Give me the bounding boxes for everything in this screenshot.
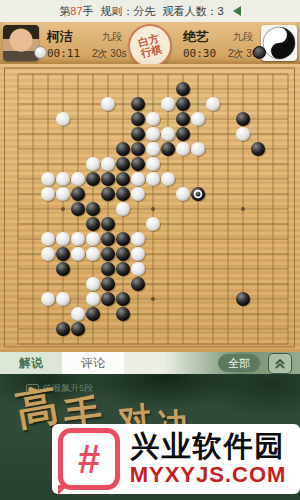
white-stone xyxy=(176,187,190,201)
white-stone xyxy=(131,172,145,186)
black-stone xyxy=(131,157,145,171)
black-stone xyxy=(101,247,115,261)
promo-banner[interactable]: 传服飙升5段 高 手 对 决 # 兴业软件园 MYXYJS.COM xyxy=(0,374,300,500)
white-stone xyxy=(71,307,85,321)
black-stone xyxy=(86,307,100,321)
black-stone xyxy=(101,187,115,201)
black-stone xyxy=(116,307,130,321)
white-stone xyxy=(41,247,55,261)
black-stone xyxy=(116,247,130,261)
black-stone xyxy=(116,157,130,171)
white-stone-badge xyxy=(34,46,47,59)
black-stone xyxy=(116,187,130,201)
black-stone xyxy=(101,232,115,246)
white-stone xyxy=(56,172,70,186)
site-watermark: # 兴业软件园 MYXYJS.COM xyxy=(52,424,300,494)
white-stone xyxy=(146,217,160,231)
go-board[interactable] xyxy=(0,64,300,352)
white-stone xyxy=(161,127,175,141)
player-bar: 柯洁 九段 00:11 2次 30s 白方 行棋 绝艺 九段 00:30 2次 … xyxy=(0,22,300,64)
white-player-rank: 九段 xyxy=(233,30,253,44)
black-stone xyxy=(131,142,145,156)
black-stone xyxy=(116,292,130,306)
white-stone xyxy=(161,172,175,186)
white-stone xyxy=(86,277,100,291)
chevron-up-icon[interactable] xyxy=(268,353,292,374)
black-stone xyxy=(236,292,250,306)
white-stone xyxy=(131,262,145,276)
black-stone xyxy=(131,112,145,126)
black-stone xyxy=(131,127,145,141)
white-stone xyxy=(146,157,160,171)
black-player-byoyomi: 2次 30s xyxy=(92,47,126,61)
black-stone xyxy=(86,202,100,216)
viewers-label: 观看人数：3 xyxy=(163,4,224,19)
white-player-avatar[interactable] xyxy=(261,25,297,61)
white-stone xyxy=(71,172,85,186)
white-stone xyxy=(131,247,145,261)
hash-icon: # xyxy=(58,428,120,490)
black-stone xyxy=(56,322,70,336)
white-stone xyxy=(56,292,70,306)
white-stone xyxy=(86,232,100,246)
white-stone xyxy=(206,97,220,111)
watermark-site-url: MYXYJS.COM xyxy=(130,464,287,486)
black-stone xyxy=(176,97,190,111)
white-stone xyxy=(131,232,145,246)
white-stone xyxy=(41,232,55,246)
black-player-clock: 00:11 xyxy=(47,47,80,60)
black-stone xyxy=(71,202,85,216)
white-stone xyxy=(176,142,190,156)
black-stone xyxy=(116,262,130,276)
white-stone xyxy=(146,127,160,141)
white-stone xyxy=(56,112,70,126)
white-player-name: 绝艺 xyxy=(183,28,209,46)
black-stone xyxy=(176,112,190,126)
tab-commentary[interactable]: 解说 xyxy=(0,352,62,374)
black-stone xyxy=(236,112,250,126)
black-stone xyxy=(101,217,115,231)
black-stone xyxy=(131,277,145,291)
black-stone xyxy=(131,97,145,111)
white-stone xyxy=(86,157,100,171)
white-stone xyxy=(146,142,160,156)
white-stone xyxy=(86,292,100,306)
tab-comments[interactable]: 评论 xyxy=(62,352,124,374)
white-stone xyxy=(116,202,130,216)
move-counter: 第87手 xyxy=(59,4,93,19)
rule-label: 规则：分先 xyxy=(101,4,156,19)
black-stone xyxy=(176,82,190,96)
black-stone xyxy=(176,127,190,141)
black-stone xyxy=(101,262,115,276)
white-stone xyxy=(131,187,145,201)
black-player-avatar[interactable] xyxy=(3,25,39,61)
white-stone xyxy=(71,232,85,246)
black-stone xyxy=(116,142,130,156)
white-stone xyxy=(71,247,85,261)
filter-all-button[interactable]: 全部 xyxy=(218,354,260,372)
white-stone xyxy=(146,172,160,186)
black-stone xyxy=(161,142,175,156)
go-app-window: 第87手 规则：分先 观看人数：3 柯洁 九段 00:11 2次 30s 白方 … xyxy=(0,0,300,500)
black-stone xyxy=(116,172,130,186)
black-stone xyxy=(101,172,115,186)
black-stone xyxy=(56,247,70,261)
black-stone xyxy=(56,262,70,276)
yinyang-icon xyxy=(261,25,297,61)
collapse-left-icon[interactable] xyxy=(233,6,241,16)
white-stone xyxy=(56,232,70,246)
white-stone xyxy=(236,127,250,141)
black-stone xyxy=(101,277,115,291)
watermark-site-name: 兴业软件园 xyxy=(131,432,286,461)
black-stone xyxy=(116,232,130,246)
white-stone xyxy=(56,187,70,201)
go-board-grid xyxy=(0,64,300,352)
black-stone xyxy=(86,172,100,186)
white-stone xyxy=(101,157,115,171)
white-stone xyxy=(41,292,55,306)
white-stone xyxy=(86,247,100,261)
white-stone xyxy=(191,142,205,156)
black-stone-badge xyxy=(253,46,266,59)
white-stone xyxy=(191,112,205,126)
black-stone xyxy=(86,217,100,231)
white-stone xyxy=(146,112,160,126)
black-player-rank: 九段 xyxy=(102,30,122,44)
black-stone xyxy=(191,187,205,201)
comment-tab-bar: 解说 评论 全部 xyxy=(0,352,300,374)
white-stone xyxy=(41,172,55,186)
white-stone xyxy=(161,97,175,111)
black-stone xyxy=(71,187,85,201)
black-stone xyxy=(71,322,85,336)
white-player-clock: 00:30 xyxy=(183,47,216,60)
black-player-name: 柯洁 xyxy=(47,28,73,46)
white-stone xyxy=(101,97,115,111)
black-stone xyxy=(101,292,115,306)
black-stone xyxy=(251,142,265,156)
status-bar: 第87手 规则：分先 观看人数：3 xyxy=(0,0,300,22)
white-stone xyxy=(41,187,55,201)
